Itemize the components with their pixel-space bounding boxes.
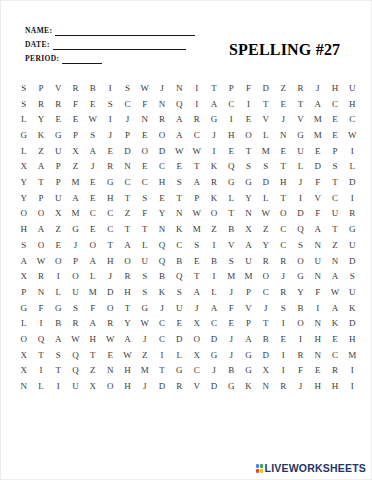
grid-cell[interactable]: G — [240, 174, 257, 190]
grid-cell[interactable]: S — [136, 268, 153, 284]
grid-cell[interactable]: C — [84, 206, 101, 222]
grid-cell[interactable]: M — [309, 127, 326, 143]
grid-cell[interactable]: Q — [171, 268, 188, 284]
grid-cell[interactable]: T — [32, 174, 49, 190]
grid-cell[interactable]: B — [153, 268, 170, 284]
grid-cell[interactable]: U — [171, 300, 188, 316]
grid-cell[interactable]: Y — [32, 111, 49, 127]
grid-cell[interactable]: E — [240, 111, 257, 127]
grid-cell[interactable]: I — [188, 80, 205, 96]
grid-cell[interactable]: S — [292, 237, 309, 253]
grid-cell[interactable]: C — [153, 315, 170, 331]
grid-cell[interactable]: J — [309, 80, 326, 96]
grid-cell[interactable]: H — [344, 96, 361, 112]
grid-cell[interactable]: C — [101, 221, 118, 237]
grid-cell[interactable]: G — [292, 268, 309, 284]
grid-cell[interactable]: A — [240, 331, 257, 347]
grid-cell[interactable]: I — [50, 378, 67, 394]
grid-cell[interactable]: O — [257, 268, 274, 284]
grid-cell[interactable]: O — [205, 206, 222, 222]
grid-cell[interactable]: C — [205, 315, 222, 331]
grid-cell[interactable]: H — [119, 378, 136, 394]
grid-cell[interactable]: F — [309, 174, 326, 190]
grid-cell[interactable]: N — [274, 127, 291, 143]
grid-cell[interactable]: N — [153, 96, 170, 112]
grid-cell[interactable]: H — [119, 363, 136, 379]
grid-cell[interactable]: V — [240, 300, 257, 316]
grid-cell[interactable]: W — [257, 206, 274, 222]
grid-cell[interactable]: G — [15, 300, 32, 316]
grid-cell[interactable]: A — [240, 237, 257, 253]
grid-cell[interactable]: E — [171, 158, 188, 174]
grid-cell[interactable]: D — [292, 206, 309, 222]
grid-cell[interactable]: P — [223, 80, 240, 96]
grid-cell[interactable]: W — [188, 206, 205, 222]
grid-cell[interactable]: D — [205, 331, 222, 347]
grid-cell[interactable]: E — [84, 174, 101, 190]
grid-cell[interactable]: S — [136, 284, 153, 300]
grid-cell[interactable]: E — [326, 111, 343, 127]
grid-cell[interactable]: J — [223, 347, 240, 363]
grid-cell[interactable]: Z — [257, 221, 274, 237]
grid-cell[interactable]: Z — [50, 221, 67, 237]
grid-cell[interactable]: B — [84, 80, 101, 96]
grid-cell[interactable]: Z — [32, 143, 49, 159]
grid-cell[interactable]: I — [205, 237, 222, 253]
grid-cell[interactable]: R — [188, 111, 205, 127]
grid-cell[interactable]: O — [84, 237, 101, 253]
grid-cell[interactable]: C — [223, 96, 240, 112]
grid-cell[interactable]: Z — [326, 237, 343, 253]
grid-cell[interactable]: T — [205, 80, 222, 96]
grid-cell[interactable]: P — [240, 315, 257, 331]
grid-cell[interactable]: T — [153, 363, 170, 379]
grid-cell[interactable]: T — [50, 363, 67, 379]
grid-cell[interactable]: A — [15, 253, 32, 269]
grid-cell[interactable]: S — [84, 127, 101, 143]
grid-cell[interactable]: F — [67, 96, 84, 112]
grid-cell[interactable]: J — [223, 284, 240, 300]
grid-cell[interactable]: S — [15, 80, 32, 96]
grid-cell[interactable]: H — [84, 331, 101, 347]
grid-cell[interactable]: T — [326, 221, 343, 237]
grid-cell[interactable]: E — [326, 127, 343, 143]
grid-cell[interactable]: S — [15, 237, 32, 253]
grid-cell[interactable]: C — [274, 237, 291, 253]
grid-cell[interactable]: I — [292, 190, 309, 206]
grid-cell[interactable]: O — [136, 143, 153, 159]
grid-cell[interactable]: I — [344, 363, 361, 379]
grid-cell[interactable]: H — [326, 378, 343, 394]
grid-cell[interactable]: V — [223, 237, 240, 253]
grid-cell[interactable]: S — [326, 158, 343, 174]
grid-cell[interactable]: E — [67, 111, 84, 127]
grid-cell[interactable]: O — [32, 237, 49, 253]
grid-cell[interactable]: N — [326, 253, 343, 269]
grid-cell[interactable]: S — [101, 96, 118, 112]
grid-cell[interactable]: F — [136, 96, 153, 112]
grid-cell[interactable]: Y — [119, 315, 136, 331]
grid-cell[interactable]: S — [50, 347, 67, 363]
grid-cell[interactable]: N — [257, 378, 274, 394]
grid-cell[interactable]: V — [292, 111, 309, 127]
grid-cell[interactable]: O — [240, 127, 257, 143]
grid-cell[interactable]: J — [101, 268, 118, 284]
grid-cell[interactable]: H — [274, 174, 291, 190]
grid-cell[interactable]: H — [326, 80, 343, 96]
grid-cell[interactable]: N — [309, 315, 326, 331]
grid-cell[interactable]: M — [257, 143, 274, 159]
grid-cell[interactable]: Z — [84, 363, 101, 379]
grid-cell[interactable]: W — [136, 80, 153, 96]
grid-cell[interactable]: E — [136, 127, 153, 143]
grid-cell[interactable]: V — [50, 80, 67, 96]
grid-cell[interactable]: L — [223, 190, 240, 206]
grid-cell[interactable]: D — [257, 347, 274, 363]
grid-cell[interactable]: E — [84, 190, 101, 206]
grid-cell[interactable]: W — [171, 143, 188, 159]
grid-cell[interactable]: U — [67, 284, 84, 300]
grid-cell[interactable]: A — [84, 315, 101, 331]
grid-cell[interactable]: H — [309, 378, 326, 394]
grid-cell[interactable]: H — [101, 190, 118, 206]
grid-cell[interactable]: B — [171, 253, 188, 269]
grid-cell[interactable]: S — [67, 300, 84, 316]
grid-cell[interactable]: J — [136, 331, 153, 347]
grid-cell[interactable]: J — [101, 127, 118, 143]
grid-cell[interactable]: T — [119, 221, 136, 237]
grid-cell[interactable]: I — [101, 80, 118, 96]
grid-cell[interactable]: U — [67, 378, 84, 394]
grid-cell[interactable]: M — [223, 268, 240, 284]
grid-cell[interactable]: I — [309, 300, 326, 316]
grid-cell[interactable]: K — [171, 221, 188, 237]
grid-cell[interactable]: I — [32, 363, 49, 379]
grid-cell[interactable]: E — [171, 315, 188, 331]
grid-cell[interactable]: J — [153, 300, 170, 316]
grid-cell[interactable]: T — [188, 158, 205, 174]
grid-cell[interactable]: S — [171, 174, 188, 190]
grid-cell[interactable]: L — [84, 268, 101, 284]
grid-cell[interactable]: Y — [240, 190, 257, 206]
grid-cell[interactable]: S — [344, 268, 361, 284]
grid-cell[interactable]: T — [274, 158, 291, 174]
grid-cell[interactable]: J — [119, 111, 136, 127]
grid-cell[interactable]: B — [257, 331, 274, 347]
grid-cell[interactable]: U — [309, 253, 326, 269]
grid-cell[interactable]: R — [326, 363, 343, 379]
grid-cell[interactable]: T — [119, 190, 136, 206]
grid-cell[interactable]: D — [153, 378, 170, 394]
grid-cell[interactable]: Y — [257, 237, 274, 253]
grid-cell[interactable]: M — [240, 268, 257, 284]
grid-cell[interactable]: N — [309, 237, 326, 253]
grid-cell[interactable]: X — [188, 347, 205, 363]
grid-cell[interactable]: J — [136, 378, 153, 394]
grid-cell[interactable]: K — [153, 284, 170, 300]
grid-cell[interactable]: L — [171, 347, 188, 363]
grid-cell[interactable]: T — [119, 300, 136, 316]
grid-cell[interactable]: C — [136, 174, 153, 190]
grid-cell[interactable]: N — [15, 378, 32, 394]
grid-cell[interactable]: U — [240, 253, 257, 269]
grid-cell[interactable]: W — [119, 347, 136, 363]
grid-cell[interactable]: H — [153, 174, 170, 190]
grid-cell[interactable]: N — [32, 284, 49, 300]
grid-cell[interactable]: D — [171, 331, 188, 347]
grid-cell[interactable]: I — [153, 347, 170, 363]
grid-cell[interactable]: A — [171, 111, 188, 127]
grid-cell[interactable]: R — [292, 80, 309, 96]
grid-cell[interactable]: X — [15, 268, 32, 284]
grid-cell[interactable]: C — [101, 206, 118, 222]
grid-cell[interactable]: S — [136, 190, 153, 206]
grid-cell[interactable]: P — [119, 127, 136, 143]
grid-cell[interactable]: T — [171, 190, 188, 206]
grid-cell[interactable]: Z — [67, 158, 84, 174]
grid-cell[interactable]: I — [205, 143, 222, 159]
grid-cell[interactable]: T — [32, 347, 49, 363]
grid-cell[interactable]: E — [188, 253, 205, 269]
grid-cell[interactable]: W — [136, 315, 153, 331]
grid-cell[interactable]: D — [257, 174, 274, 190]
grid-cell[interactable]: R — [344, 206, 361, 222]
grid-cell[interactable]: Y — [153, 206, 170, 222]
grid-cell[interactable]: A — [188, 284, 205, 300]
grid-cell[interactable]: S — [257, 158, 274, 174]
grid-cell[interactable]: N — [101, 363, 118, 379]
grid-cell[interactable]: S — [223, 253, 240, 269]
grid-cell[interactable]: G — [50, 127, 67, 143]
grid-cell[interactable]: I — [344, 143, 361, 159]
grid-cell[interactable]: T — [292, 96, 309, 112]
grid-cell[interactable]: H — [101, 253, 118, 269]
grid-cell[interactable]: H — [119, 284, 136, 300]
grid-cell[interactable]: Q — [153, 253, 170, 269]
grid-cell[interactable]: P — [188, 190, 205, 206]
grid-cell[interactable]: P — [67, 127, 84, 143]
grid-cell[interactable]: N — [309, 268, 326, 284]
grid-cell[interactable]: A — [326, 300, 343, 316]
grid-cell[interactable]: O — [101, 300, 118, 316]
grid-cell[interactable]: O — [119, 253, 136, 269]
grid-cell[interactable]: O — [15, 206, 32, 222]
grid-cell[interactable]: E — [136, 158, 153, 174]
grid-cell[interactable]: A — [205, 300, 222, 316]
grid-cell[interactable]: A — [326, 268, 343, 284]
grid-cell[interactable]: N — [136, 111, 153, 127]
grid-cell[interactable]: L — [257, 127, 274, 143]
grid-cell[interactable]: L — [136, 237, 153, 253]
grid-cell[interactable]: D — [205, 378, 222, 394]
grid-cell[interactable]: T — [188, 268, 205, 284]
grid-cell[interactable]: M — [344, 347, 361, 363]
grid-cell[interactable]: U — [50, 143, 67, 159]
grid-cell[interactable]: N — [240, 206, 257, 222]
grid-cell[interactable]: A — [309, 96, 326, 112]
grid-cell[interactable]: R — [32, 268, 49, 284]
grid-cell[interactable]: R — [292, 347, 309, 363]
grid-cell[interactable]: B — [223, 221, 240, 237]
grid-cell[interactable]: J — [223, 331, 240, 347]
grid-cell[interactable]: E — [274, 143, 291, 159]
grid-cell[interactable]: R — [153, 111, 170, 127]
grid-cell[interactable]: W — [188, 143, 205, 159]
grid-cell[interactable]: A — [84, 253, 101, 269]
grid-cell[interactable]: I — [205, 268, 222, 284]
grid-cell[interactable]: T — [101, 237, 118, 253]
grid-cell[interactable]: R — [274, 284, 291, 300]
grid-cell[interactable]: B — [205, 253, 222, 269]
grid-cell[interactable]: E — [50, 111, 67, 127]
grid-cell[interactable]: B — [292, 300, 309, 316]
grid-cell[interactable]: K — [205, 190, 222, 206]
grid-cell[interactable]: T — [223, 206, 240, 222]
grid-cell[interactable]: F — [136, 206, 153, 222]
grid-cell[interactable]: Q — [67, 363, 84, 379]
grid-cell[interactable]: Z — [274, 80, 291, 96]
grid-cell[interactable]: I — [274, 363, 291, 379]
grid-cell[interactable]: B — [223, 363, 240, 379]
grid-cell[interactable]: G — [205, 347, 222, 363]
grid-cell[interactable]: A — [119, 237, 136, 253]
grid-cell[interactable]: O — [15, 331, 32, 347]
grid-cell[interactable]: G — [50, 300, 67, 316]
grid-cell[interactable]: I — [188, 96, 205, 112]
grid-cell[interactable]: J — [188, 300, 205, 316]
grid-cell[interactable]: X — [84, 378, 101, 394]
grid-cell[interactable]: S — [119, 80, 136, 96]
grid-cell[interactable]: W — [84, 111, 101, 127]
grid-cell[interactable]: X — [188, 315, 205, 331]
grid-cell[interactable]: R — [101, 158, 118, 174]
grid-cell[interactable]: O — [50, 253, 67, 269]
grid-cell[interactable]: I — [292, 331, 309, 347]
grid-cell[interactable]: D — [344, 253, 361, 269]
grid-cell[interactable]: V — [257, 111, 274, 127]
grid-cell[interactable]: C — [188, 127, 205, 143]
grid-cell[interactable]: E — [153, 190, 170, 206]
grid-cell[interactable]: Y — [292, 284, 309, 300]
grid-cell[interactable]: J — [153, 80, 170, 96]
grid-cell[interactable]: R — [67, 315, 84, 331]
grid-cell[interactable]: L — [15, 111, 32, 127]
grid-cell[interactable]: E — [223, 315, 240, 331]
grid-cell[interactable]: C — [274, 221, 291, 237]
grid-cell[interactable]: L — [15, 143, 32, 159]
grid-cell[interactable]: H — [223, 127, 240, 143]
grid-cell[interactable]: N — [119, 158, 136, 174]
grid-cell[interactable]: Q — [292, 221, 309, 237]
grid-cell[interactable]: P — [32, 190, 49, 206]
grid-cell[interactable]: K — [240, 378, 257, 394]
grid-cell[interactable]: Y — [15, 190, 32, 206]
grid-cell[interactable]: U — [344, 237, 361, 253]
grid-cell[interactable]: E — [84, 96, 101, 112]
grid-cell[interactable]: C — [171, 237, 188, 253]
grid-cell[interactable]: S — [240, 158, 257, 174]
grid-cell[interactable]: A — [171, 127, 188, 143]
grid-cell[interactable]: Z — [119, 206, 136, 222]
grid-cell[interactable]: M — [309, 111, 326, 127]
grid-cell[interactable]: L — [50, 284, 67, 300]
grid-cell[interactable]: M — [136, 363, 153, 379]
grid-cell[interactable]: S — [274, 300, 291, 316]
grid-cell[interactable]: N — [309, 347, 326, 363]
grid-cell[interactable]: G — [344, 221, 361, 237]
grid-cell[interactable]: R — [32, 96, 49, 112]
date-blank-line[interactable] — [53, 40, 186, 50]
grid-cell[interactable]: F — [309, 206, 326, 222]
grid-cell[interactable]: C — [153, 331, 170, 347]
grid-cell[interactable]: O — [153, 127, 170, 143]
grid-cell[interactable]: X — [240, 221, 257, 237]
grid-cell[interactable]: B — [50, 315, 67, 331]
grid-cell[interactable]: G — [223, 174, 240, 190]
grid-cell[interactable]: Q — [153, 237, 170, 253]
name-blank-line[interactable] — [55, 26, 195, 36]
grid-cell[interactable]: R — [274, 253, 291, 269]
grid-cell[interactable]: X — [50, 206, 67, 222]
grid-cell[interactable]: T — [240, 143, 257, 159]
grid-cell[interactable]: U — [136, 253, 153, 269]
grid-cell[interactable]: X — [15, 363, 32, 379]
grid-cell[interactable]: N — [171, 80, 188, 96]
grid-cell[interactable]: O — [188, 331, 205, 347]
grid-cell[interactable]: U — [326, 206, 343, 222]
grid-cell[interactable]: I — [344, 190, 361, 206]
grid-cell[interactable]: G — [292, 127, 309, 143]
grid-cell[interactable]: A — [119, 331, 136, 347]
grid-cell[interactable]: D — [344, 315, 361, 331]
grid-cell[interactable]: E — [223, 143, 240, 159]
grid-cell[interactable]: S — [171, 284, 188, 300]
grid-cell[interactable]: P — [50, 158, 67, 174]
grid-cell[interactable]: X — [15, 158, 32, 174]
grid-cell[interactable]: P — [32, 80, 49, 96]
grid-cell[interactable]: G — [67, 221, 84, 237]
grid-cell[interactable]: R — [67, 80, 84, 96]
grid-cell[interactable]: J — [257, 300, 274, 316]
grid-cell[interactable]: J — [292, 378, 309, 394]
grid-cell[interactable]: R — [274, 378, 291, 394]
grid-cell[interactable]: L — [292, 158, 309, 174]
grid-cell[interactable]: Z — [136, 347, 153, 363]
grid-cell[interactable]: X — [15, 347, 32, 363]
period-blank-line[interactable] — [62, 54, 102, 64]
grid-cell[interactable]: G — [240, 347, 257, 363]
grid-cell[interactable]: D — [153, 143, 170, 159]
grid-cell[interactable]: C — [257, 284, 274, 300]
grid-cell[interactable]: O — [101, 378, 118, 394]
grid-cell[interactable]: R — [50, 96, 67, 112]
grid-cell[interactable]: A — [50, 331, 67, 347]
grid-cell[interactable]: E — [309, 143, 326, 159]
grid-cell[interactable]: A — [32, 158, 49, 174]
grid-cell[interactable]: K — [32, 127, 49, 143]
grid-cell[interactable]: I — [274, 315, 291, 331]
grid-cell[interactable]: I — [223, 111, 240, 127]
grid-cell[interactable]: A — [309, 221, 326, 237]
grid-cell[interactable]: R — [205, 174, 222, 190]
grid-cell[interactable]: D — [344, 174, 361, 190]
grid-cell[interactable]: Q — [223, 158, 240, 174]
grid-cell[interactable]: M — [67, 174, 84, 190]
grid-cell[interactable]: V — [188, 378, 205, 394]
grid-cell[interactable]: X — [67, 143, 84, 159]
grid-cell[interactable]: C — [119, 96, 136, 112]
grid-cell[interactable]: C — [188, 363, 205, 379]
